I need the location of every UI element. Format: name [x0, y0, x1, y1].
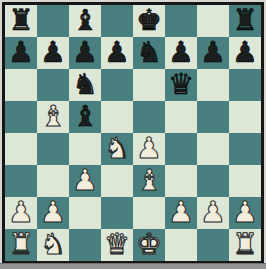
black-rook[interactable]: ♜ [232, 5, 258, 36]
chess-board: ♜♝♚♜♟♟♟♟♞♟♟♟♞♛♝♝♞♟♟♝♟♟♟♟♟♜♞♛♚♜ [5, 5, 261, 261]
square-e3[interactable]: ♝ [133, 165, 165, 197]
white-pawn[interactable]: ♟ [8, 197, 34, 228]
square-c8[interactable]: ♝ [69, 5, 101, 37]
white-rook[interactable]: ♜ [8, 229, 34, 260]
square-h1[interactable]: ♜ [229, 229, 261, 261]
square-a1[interactable]: ♜ [5, 229, 37, 261]
square-d2[interactable] [101, 197, 133, 229]
square-a3[interactable] [5, 165, 37, 197]
square-e6[interactable] [133, 69, 165, 101]
white-pawn[interactable]: ♟ [40, 197, 66, 228]
black-pawn[interactable]: ♟ [168, 37, 194, 68]
square-f8[interactable] [165, 5, 197, 37]
white-pawn[interactable]: ♟ [168, 197, 194, 228]
square-a6[interactable] [5, 69, 37, 101]
square-d5[interactable] [101, 101, 133, 133]
white-pawn[interactable]: ♟ [72, 165, 98, 196]
window-bottom-edge [0, 263, 266, 269]
square-f2[interactable]: ♟ [165, 197, 197, 229]
square-h3[interactable] [229, 165, 261, 197]
square-g4[interactable] [197, 133, 229, 165]
square-g6[interactable] [197, 69, 229, 101]
square-h4[interactable] [229, 133, 261, 165]
black-pawn[interactable]: ♟ [200, 37, 226, 68]
square-b5[interactable]: ♝ [37, 101, 69, 133]
square-d8[interactable] [101, 5, 133, 37]
square-a4[interactable] [5, 133, 37, 165]
square-e1[interactable]: ♚ [133, 229, 165, 261]
square-b4[interactable] [37, 133, 69, 165]
square-c6[interactable]: ♞ [69, 69, 101, 101]
square-f3[interactable] [165, 165, 197, 197]
square-f7[interactable]: ♟ [165, 37, 197, 69]
square-c2[interactable] [69, 197, 101, 229]
black-pawn[interactable]: ♟ [72, 37, 98, 68]
black-bishop[interactable]: ♝ [72, 5, 98, 36]
black-rook[interactable]: ♜ [8, 5, 34, 36]
square-g7[interactable]: ♟ [197, 37, 229, 69]
white-queen[interactable]: ♛ [104, 229, 130, 260]
square-e8[interactable]: ♚ [133, 5, 165, 37]
black-knight[interactable]: ♞ [72, 69, 98, 100]
square-d6[interactable] [101, 69, 133, 101]
square-b8[interactable] [37, 5, 69, 37]
square-f6[interactable]: ♛ [165, 69, 197, 101]
square-e7[interactable]: ♞ [133, 37, 165, 69]
black-king[interactable]: ♚ [136, 5, 162, 36]
square-b2[interactable]: ♟ [37, 197, 69, 229]
chess-app-window: ♜♝♚♜♟♟♟♟♞♟♟♟♞♛♝♝♞♟♟♝♟♟♟♟♟♜♞♛♚♜ [0, 0, 266, 269]
square-b1[interactable]: ♞ [37, 229, 69, 261]
square-a2[interactable]: ♟ [5, 197, 37, 229]
square-d1[interactable]: ♛ [101, 229, 133, 261]
square-h7[interactable]: ♟ [229, 37, 261, 69]
square-h2[interactable]: ♟ [229, 197, 261, 229]
square-f5[interactable] [165, 101, 197, 133]
board-frame: ♜♝♚♜♟♟♟♟♞♟♟♟♞♛♝♝♞♟♟♝♟♟♟♟♟♜♞♛♚♜ [2, 2, 264, 264]
square-h5[interactable] [229, 101, 261, 133]
black-bishop[interactable]: ♝ [72, 101, 98, 132]
square-e4[interactable]: ♟ [133, 133, 165, 165]
square-e5[interactable] [133, 101, 165, 133]
white-bishop[interactable]: ♝ [136, 165, 162, 196]
square-h6[interactable] [229, 69, 261, 101]
square-c5[interactable]: ♝ [69, 101, 101, 133]
white-pawn[interactable]: ♟ [136, 133, 162, 164]
square-b7[interactable]: ♟ [37, 37, 69, 69]
black-pawn[interactable]: ♟ [40, 37, 66, 68]
square-f1[interactable] [165, 229, 197, 261]
white-pawn[interactable]: ♟ [200, 197, 226, 228]
white-bishop[interactable]: ♝ [40, 101, 66, 132]
square-a7[interactable]: ♟ [5, 37, 37, 69]
square-a8[interactable]: ♜ [5, 5, 37, 37]
square-c4[interactable] [69, 133, 101, 165]
square-g3[interactable] [197, 165, 229, 197]
black-pawn[interactable]: ♟ [8, 37, 34, 68]
square-g2[interactable]: ♟ [197, 197, 229, 229]
white-rook[interactable]: ♜ [232, 229, 258, 260]
square-g5[interactable] [197, 101, 229, 133]
square-d7[interactable]: ♟ [101, 37, 133, 69]
square-g1[interactable] [197, 229, 229, 261]
square-f4[interactable] [165, 133, 197, 165]
square-a5[interactable] [5, 101, 37, 133]
square-c1[interactable] [69, 229, 101, 261]
square-c7[interactable]: ♟ [69, 37, 101, 69]
square-g8[interactable] [197, 5, 229, 37]
black-pawn[interactable]: ♟ [104, 37, 130, 68]
black-pawn[interactable]: ♟ [232, 37, 258, 68]
square-e2[interactable] [133, 197, 165, 229]
square-b6[interactable] [37, 69, 69, 101]
square-d3[interactable] [101, 165, 133, 197]
white-pawn[interactable]: ♟ [232, 197, 258, 228]
black-knight[interactable]: ♞ [136, 37, 162, 68]
square-b3[interactable] [37, 165, 69, 197]
square-c3[interactable]: ♟ [69, 165, 101, 197]
white-knight[interactable]: ♞ [40, 229, 66, 260]
square-h8[interactable]: ♜ [229, 5, 261, 37]
white-knight[interactable]: ♞ [104, 133, 130, 164]
black-queen[interactable]: ♛ [168, 69, 194, 100]
white-king[interactable]: ♚ [136, 229, 162, 260]
square-d4[interactable]: ♞ [101, 133, 133, 165]
